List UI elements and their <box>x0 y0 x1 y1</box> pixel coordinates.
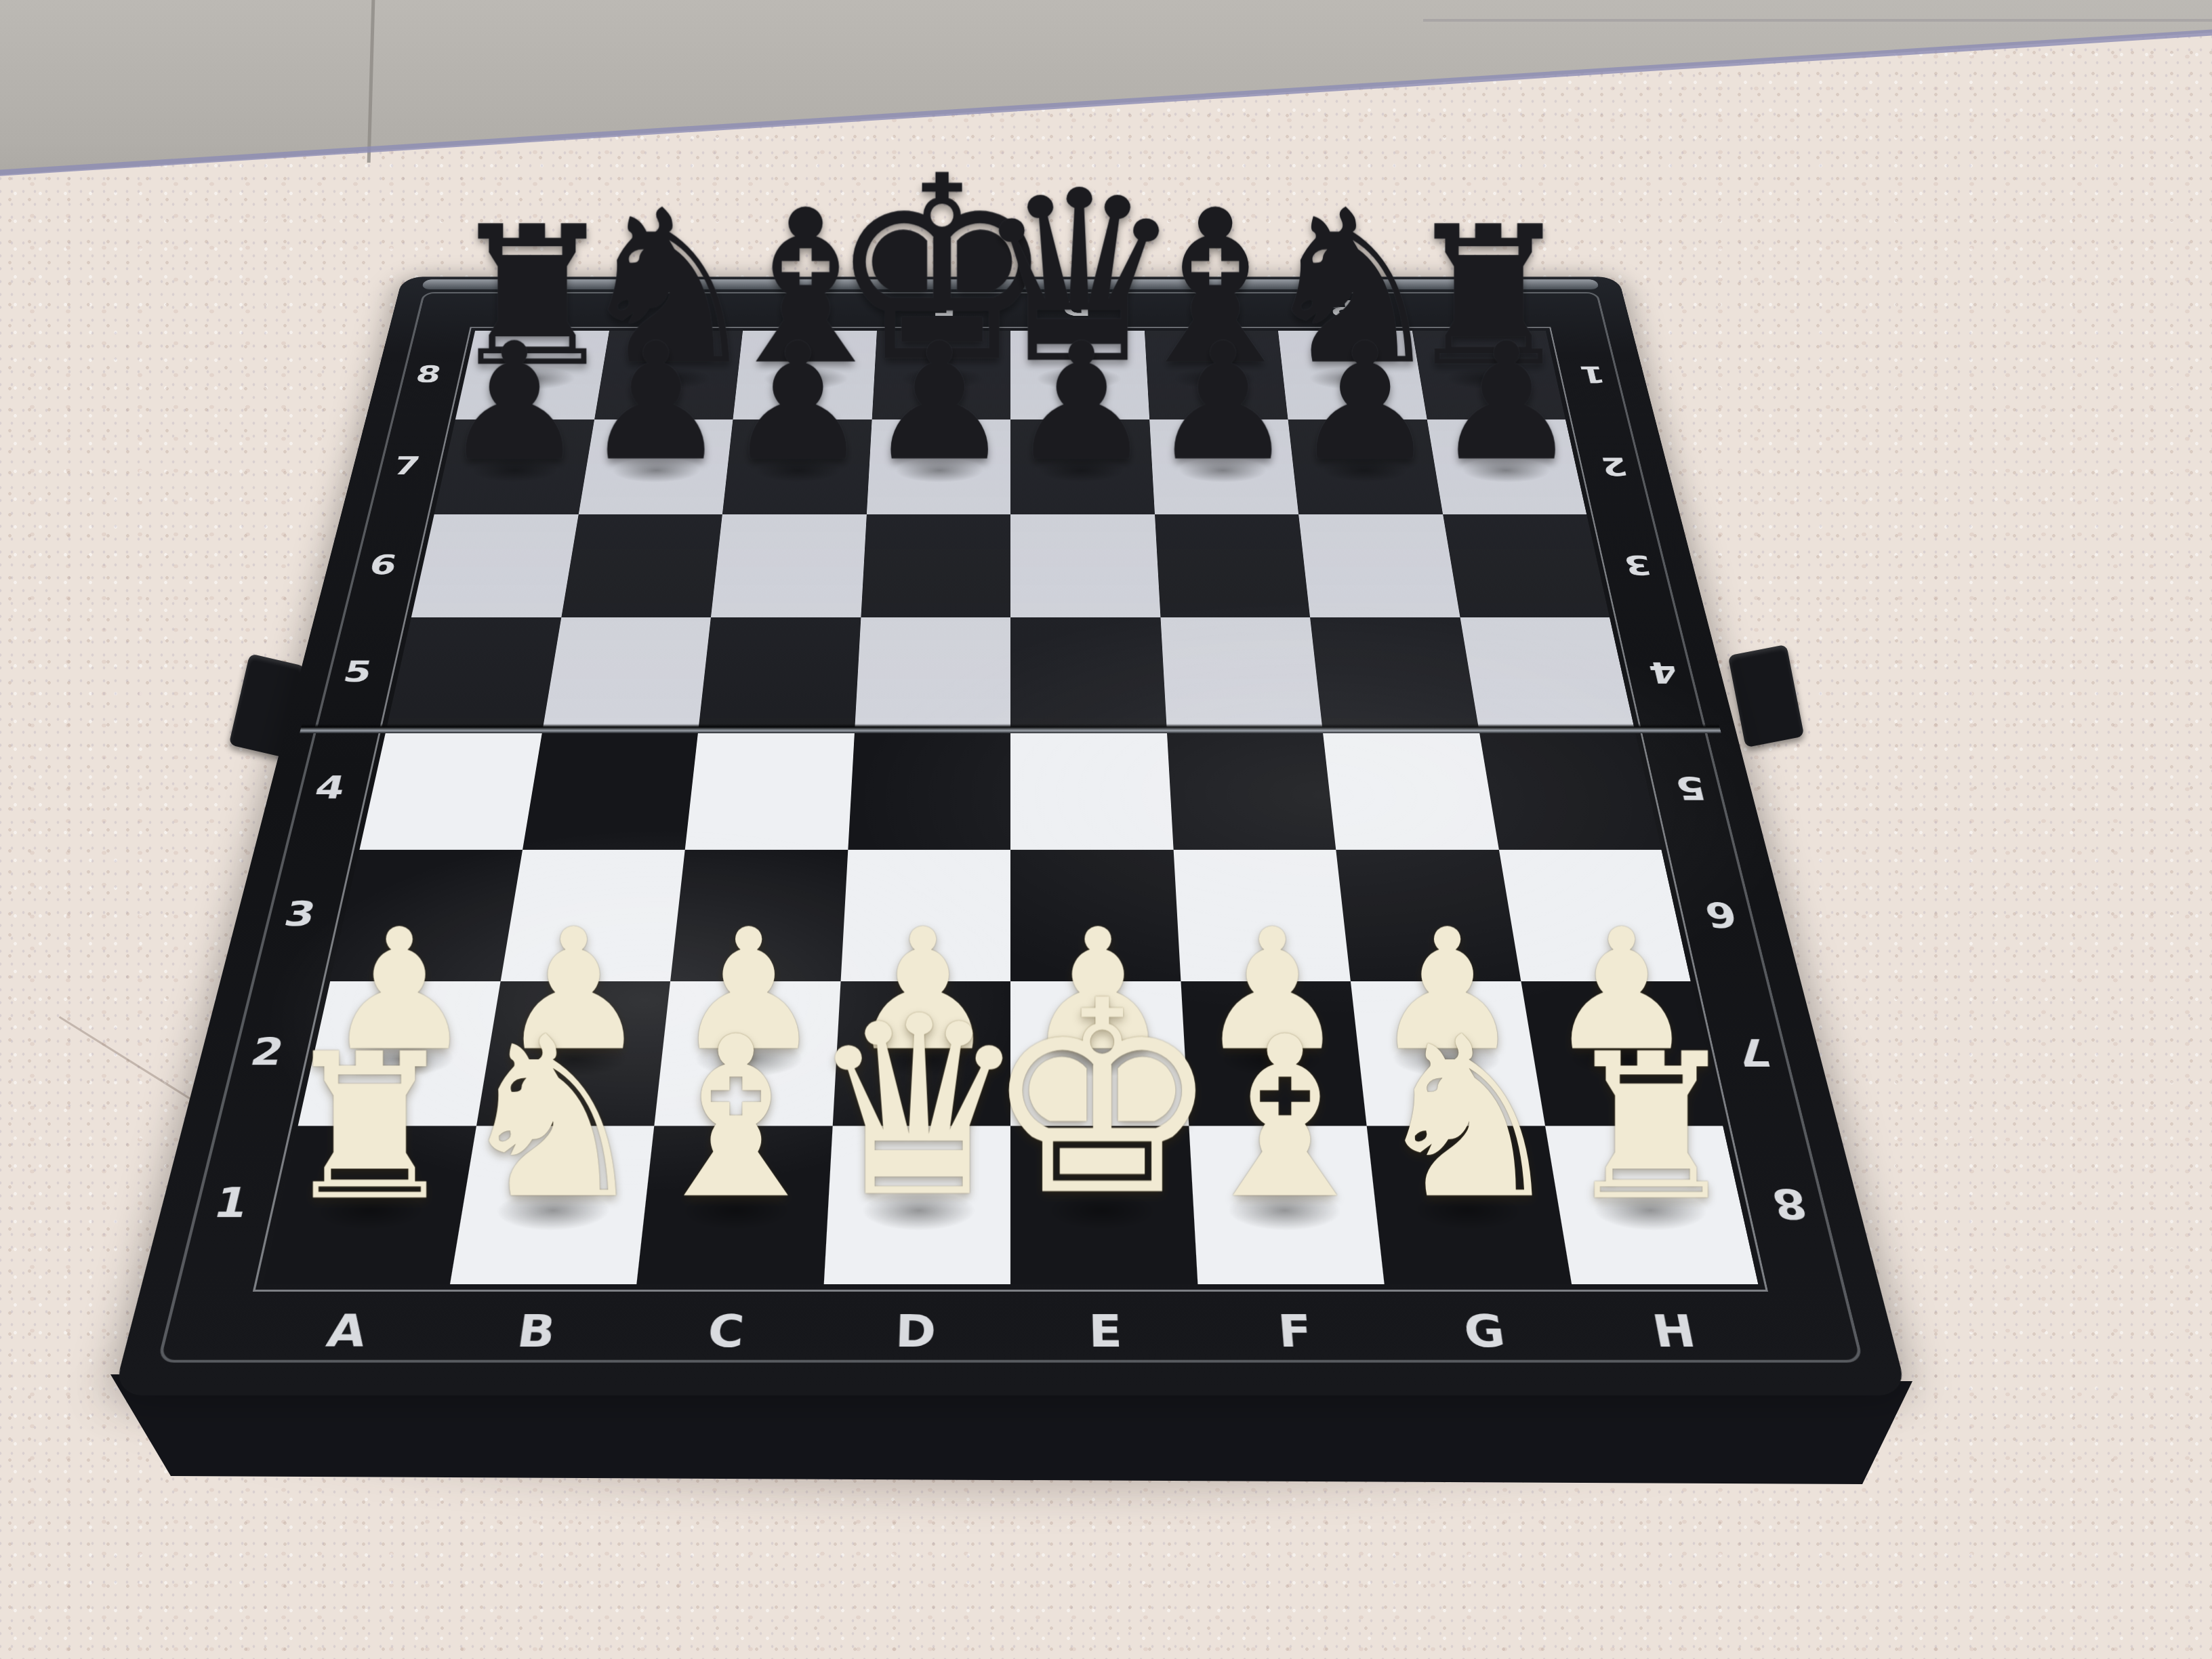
piece-black-pawn-d7[interactable]: ♟ <box>867 326 1012 480</box>
piece-white-knight-g1[interactable]: ♞ <box>1369 1013 1568 1224</box>
piece-black-pawn-a7[interactable]: ♟ <box>442 326 587 480</box>
piece-black-pawn-g7[interactable]: ♟ <box>1292 326 1437 480</box>
piece-white-rook-a1[interactable]: ♜ <box>279 1032 459 1223</box>
chess-set-photo-scene: HGFEDCBA ABCDEFGH 87654321 12345678 ♜♞♝♚… <box>0 0 2212 1659</box>
piece-black-pawn-c7[interactable]: ♟ <box>725 326 870 480</box>
piece-black-pawn-e7[interactable]: ♟ <box>1008 326 1153 480</box>
piece-white-rook-h1[interactable]: ♜ <box>1561 1032 1742 1223</box>
chess-board: HGFEDCBA ABCDEFGH 87654321 12345678 ♜♞♝♚… <box>113 276 1908 1395</box>
piece-black-pawn-f7[interactable]: ♟ <box>1151 326 1296 480</box>
piece-black-pawn-b7[interactable]: ♟ <box>583 326 729 480</box>
piece-white-bishop-f1[interactable]: ♝ <box>1186 1013 1385 1224</box>
piece-black-pawn-h7[interactable]: ♟ <box>1434 326 1579 480</box>
board-perspective-wrap: HGFEDCBA ABCDEFGH 87654321 12345678 ♜♞♝♚… <box>231 0 1790 1508</box>
piece-white-bishop-c1[interactable]: ♝ <box>636 1013 836 1224</box>
piece-white-knight-b1[interactable]: ♞ <box>453 1013 653 1224</box>
